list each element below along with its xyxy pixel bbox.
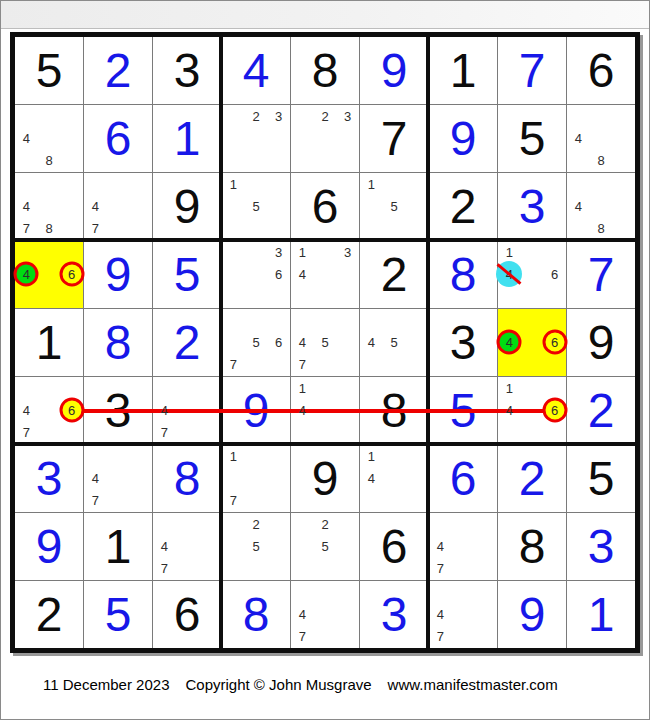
cell-r2c1[interactable]: 48 (15, 105, 83, 172)
cell-r3c9[interactable]: 48 (567, 173, 635, 240)
cell-r1c3[interactable]: 3 (153, 37, 221, 104)
candidate-4: 4 (15, 263, 38, 285)
candidate-7 (498, 422, 521, 444)
candidate-5 (245, 127, 268, 149)
pencil-digit: 7 (230, 358, 237, 371)
candidate-5 (38, 263, 61, 285)
pencil-digit: 4 (23, 132, 30, 145)
candidate-3: 3 (267, 105, 290, 127)
candidate-2 (107, 173, 130, 195)
candidate-4 (291, 127, 314, 149)
candidate-3 (543, 309, 566, 331)
candidate-9 (129, 490, 152, 512)
cell-r2c9[interactable]: 48 (567, 105, 635, 172)
cell-r7c5[interactable]: 9 (291, 445, 359, 512)
given-digit: 1 (15, 309, 83, 376)
candidate-1: 1 (498, 241, 521, 263)
pencil-marks: 25 (291, 513, 359, 580)
cell-r4c4[interactable]: 36 (222, 241, 290, 308)
candidate-9 (60, 218, 83, 240)
pencil-digit: 7 (230, 494, 237, 507)
cell-r1c8[interactable]: 7 (498, 37, 566, 104)
cell-r9c1[interactable]: 2 (15, 581, 83, 648)
cell-r5c1[interactable]: 1 (15, 309, 83, 376)
pencil-digit: 4 (92, 472, 99, 485)
candidate-4: 4 (360, 467, 383, 489)
candidate-2 (521, 241, 544, 263)
pencil-digit: 1 (299, 246, 306, 259)
pencil-digit: 4 (437, 540, 444, 553)
given-digit: 7 (360, 105, 428, 172)
candidate-6: 6 (267, 263, 290, 285)
candidate-8 (245, 218, 268, 240)
candidate-9 (267, 150, 290, 172)
pencil-digit: 5 (252, 200, 259, 213)
pencil-marks: 47 (84, 445, 152, 512)
solved-digit: 9 (429, 105, 497, 172)
cell-r8c6[interactable]: 6 (360, 513, 428, 580)
candidate-6 (612, 195, 635, 217)
candidate-2 (38, 105, 61, 127)
candidate-8 (245, 150, 268, 172)
pencil-digit: 4 (368, 472, 375, 485)
solved-digit: 9 (84, 241, 152, 308)
candidate-7: 7 (291, 626, 314, 648)
pencil-digit: 1 (368, 178, 375, 191)
cell-r2c5[interactable]: 23 (291, 105, 359, 172)
candidate-9 (336, 286, 359, 308)
pencil-marks: 457 (291, 309, 359, 376)
candidate-1 (84, 173, 107, 195)
cell-r3c6[interactable]: 15 (360, 173, 428, 240)
cell-r5c2[interactable]: 8 (84, 309, 152, 376)
candidate-8 (452, 558, 475, 580)
cell-r9c8[interactable]: 9 (498, 581, 566, 648)
cell-r4c8[interactable]: 146 (498, 241, 566, 308)
candidate-8 (38, 286, 61, 308)
cell-r3c4[interactable]: 15 (222, 173, 290, 240)
pencil-digit: 2 (252, 518, 259, 531)
candidate-1 (153, 377, 176, 399)
candidate-8 (38, 422, 61, 444)
header-bar (1, 1, 649, 29)
pencil-digit: 6 (551, 404, 558, 417)
candidate-2: 2 (314, 513, 337, 535)
candidate-6 (129, 195, 152, 217)
sudoku-board: 5234891764861232379548478479156152348469… (10, 32, 640, 653)
candidate-7: 7 (15, 422, 38, 444)
candidate-9 (474, 626, 497, 648)
cell-r5c5[interactable]: 457 (291, 309, 359, 376)
cell-r2c2[interactable]: 6 (84, 105, 152, 172)
candidate-7 (291, 286, 314, 308)
candidate-8 (521, 286, 544, 308)
pencil-digit: 5 (321, 336, 328, 349)
candidate-8 (176, 558, 199, 580)
cell-r6c9[interactable]: 2 (567, 377, 635, 444)
pencil-marks: 467 (15, 377, 83, 444)
candidate-2 (245, 309, 268, 331)
candidate-8: 8 (38, 218, 61, 240)
given-digit: 5 (498, 105, 566, 172)
candidate-5: 5 (314, 331, 337, 353)
page: 5234891764861232379548478479156152348469… (0, 0, 650, 720)
candidate-5 (38, 195, 61, 217)
solved-digit: 3 (360, 581, 428, 648)
pencil-marks: 45 (360, 309, 428, 376)
given-digit: 2 (15, 581, 83, 648)
pencil-digit: 4 (575, 200, 582, 213)
cell-r3c5[interactable]: 6 (291, 173, 359, 240)
candidate-2: 2 (245, 513, 268, 535)
box-border-horizontal (14, 442, 636, 446)
candidate-6: 6 (60, 263, 83, 285)
cell-r1c5[interactable]: 8 (291, 37, 359, 104)
pencil-digit: 6 (68, 404, 75, 417)
cell-r2c6[interactable]: 7 (360, 105, 428, 172)
candidate-9 (60, 286, 83, 308)
pencil-digit: 7 (299, 358, 306, 371)
candidate-3 (612, 173, 635, 195)
candidate-2 (245, 241, 268, 263)
cell-r7c4[interactable]: 17 (222, 445, 290, 512)
pencil-marks: 48 (567, 105, 635, 172)
candidate-6 (405, 467, 428, 489)
pencil-marks: 47 (429, 513, 497, 580)
candidate-8 (383, 354, 406, 376)
cell-r9c3[interactable]: 6 (153, 581, 221, 648)
candidate-4 (222, 263, 245, 285)
cell-r9c6[interactable]: 3 (360, 581, 428, 648)
candidate-2: 2 (245, 105, 268, 127)
candidate-5: 5 (314, 535, 337, 557)
candidate-2 (176, 513, 199, 535)
candidate-4 (222, 195, 245, 217)
candidate-3 (60, 105, 83, 127)
cell-r3c8[interactable]: 3 (498, 173, 566, 240)
candidate-1 (222, 309, 245, 331)
cell-r8c2[interactable]: 1 (84, 513, 152, 580)
candidate-2 (521, 309, 544, 331)
candidate-7 (291, 558, 314, 580)
candidate-6 (60, 127, 83, 149)
pencil-digit: 4 (161, 540, 168, 553)
candidate-2 (245, 445, 268, 467)
pencil-digit: 8 (45, 222, 52, 235)
candidate-7 (15, 286, 38, 308)
candidate-3 (60, 241, 83, 263)
pencil-digit: 4 (506, 404, 513, 417)
candidate-9 (267, 558, 290, 580)
cell-r9c9[interactable]: 1 (567, 581, 635, 648)
candidate-1 (15, 173, 38, 195)
cell-r5c6[interactable]: 45 (360, 309, 428, 376)
pencil-marks: 47 (153, 513, 221, 580)
solved-digit: 7 (498, 37, 566, 104)
candidate-8 (107, 490, 130, 512)
solved-digit: 5 (84, 581, 152, 648)
candidate-7 (222, 218, 245, 240)
candidate-3 (543, 241, 566, 263)
cell-r7c3[interactable]: 8 (153, 445, 221, 512)
cell-r8c9[interactable]: 3 (567, 513, 635, 580)
candidate-7 (222, 286, 245, 308)
candidate-6 (267, 467, 290, 489)
cell-r9c2[interactable]: 5 (84, 581, 152, 648)
candidate-2 (314, 377, 337, 399)
pencil-digit: 5 (321, 540, 328, 553)
given-digit: 1 (429, 37, 497, 104)
candidate-3 (60, 377, 83, 399)
cell-r1c6[interactable]: 9 (360, 37, 428, 104)
pencil-digit: 4 (23, 268, 30, 281)
cell-r4c2[interactable]: 9 (84, 241, 152, 308)
candidate-6 (267, 127, 290, 149)
candidate-6: 6 (543, 399, 566, 421)
cell-r2c3[interactable]: 1 (153, 105, 221, 172)
pencil-digit: 7 (92, 222, 99, 235)
candidate-4: 4 (84, 467, 107, 489)
candidate-5 (107, 467, 130, 489)
candidate-3 (267, 513, 290, 535)
pencil-digit: 4 (299, 404, 306, 417)
cell-r9c4[interactable]: 8 (222, 581, 290, 648)
pencil-digit: 1 (506, 246, 513, 259)
candidate-8: 8 (590, 218, 613, 240)
pencil-digit: 7 (23, 222, 30, 235)
candidate-7: 7 (84, 218, 107, 240)
candidate-8 (383, 490, 406, 512)
candidate-3 (198, 513, 221, 535)
candidate-5 (452, 603, 475, 625)
given-digit: 6 (291, 173, 359, 240)
cell-r7c1[interactable]: 3 (15, 445, 83, 512)
solved-digit: 7 (567, 241, 635, 308)
given-digit: 3 (429, 309, 497, 376)
cell-r5c9[interactable]: 9 (567, 309, 635, 376)
pencil-marks: 48 (567, 173, 635, 240)
candidate-2 (383, 173, 406, 195)
pencil-digit: 4 (23, 404, 30, 417)
pencil-digit: 4 (299, 608, 306, 621)
given-digit: 5 (15, 37, 83, 104)
candidate-9 (198, 422, 221, 444)
candidate-4 (291, 535, 314, 557)
candidate-3: 3 (267, 241, 290, 263)
pencil-marks: 134 (291, 241, 359, 308)
candidate-3 (60, 173, 83, 195)
candidate-9 (405, 218, 428, 240)
candidate-4: 4 (15, 127, 38, 149)
candidate-8 (245, 286, 268, 308)
cell-r1c4[interactable]: 4 (222, 37, 290, 104)
candidate-6 (336, 263, 359, 285)
pencil-digit: 4 (161, 404, 168, 417)
candidate-6 (405, 195, 428, 217)
solved-digit: 9 (15, 513, 83, 580)
candidate-7 (567, 218, 590, 240)
candidate-7 (222, 150, 245, 172)
candidate-9 (612, 150, 635, 172)
pencil-digit: 3 (344, 110, 351, 123)
solved-digit: 2 (567, 377, 635, 444)
candidate-8 (452, 626, 475, 648)
candidate-1 (291, 309, 314, 331)
candidate-5 (590, 127, 613, 149)
candidate-4: 4 (15, 195, 38, 217)
cell-r1c1[interactable]: 5 (15, 37, 83, 104)
candidate-8 (383, 218, 406, 240)
cell-r1c2[interactable]: 2 (84, 37, 152, 104)
given-digit: 2 (429, 173, 497, 240)
cell-r2c4[interactable]: 23 (222, 105, 290, 172)
candidate-6 (336, 331, 359, 353)
candidate-5 (590, 195, 613, 217)
candidate-2 (245, 173, 268, 195)
candidate-9 (60, 422, 83, 444)
box-border-vertical (426, 36, 430, 649)
candidate-8 (314, 626, 337, 648)
cell-r2c7[interactable]: 9 (429, 105, 497, 172)
cell-r5c3[interactable]: 2 (153, 309, 221, 376)
candidate-5: 5 (245, 331, 268, 353)
cell-r4c7[interactable]: 8 (429, 241, 497, 308)
pencil-marks: 47 (84, 173, 152, 240)
cell-r3c7[interactable]: 2 (429, 173, 497, 240)
solved-digit: 8 (222, 581, 290, 648)
candidate-7: 7 (153, 558, 176, 580)
pencil-digit: 7 (23, 426, 30, 439)
cell-r4c1[interactable]: 46 (15, 241, 83, 308)
cell-r7c9[interactable]: 5 (567, 445, 635, 512)
candidate-4: 4 (498, 331, 521, 353)
cell-r7c7[interactable]: 6 (429, 445, 497, 512)
candidate-7 (222, 558, 245, 580)
footer-website: www.manifestmaster.com (388, 676, 558, 693)
candidate-5 (314, 263, 337, 285)
candidate-3 (405, 309, 428, 331)
candidate-3 (129, 173, 152, 195)
pencil-digit: 8 (597, 222, 604, 235)
pencil-marks: 46 (498, 309, 566, 376)
candidate-7: 7 (222, 490, 245, 512)
cell-r1c9[interactable]: 6 (567, 37, 635, 104)
solved-digit: 9 (360, 37, 428, 104)
pencil-digit: 4 (299, 336, 306, 349)
candidate-9 (336, 354, 359, 376)
pencil-digit: 6 (551, 336, 558, 349)
cell-r8c4[interactable]: 25 (222, 513, 290, 580)
cell-r7c2[interactable]: 47 (84, 445, 152, 512)
candidate-1 (360, 309, 383, 331)
candidate-9 (129, 218, 152, 240)
candidate-6: 6 (543, 263, 566, 285)
cell-r8c8[interactable]: 8 (498, 513, 566, 580)
pencil-marks: 25 (222, 513, 290, 580)
cell-r9c7[interactable]: 47 (429, 581, 497, 648)
cell-r4c6[interactable]: 2 (360, 241, 428, 308)
pencil-digit: 6 (551, 268, 558, 281)
candidate-1 (291, 581, 314, 603)
cell-r1c7[interactable]: 1 (429, 37, 497, 104)
cell-r8c3[interactable]: 47 (153, 513, 221, 580)
candidate-3 (405, 445, 428, 467)
candidate-1: 1 (291, 241, 314, 263)
given-digit: 6 (153, 581, 221, 648)
candidate-4 (222, 467, 245, 489)
candidate-6 (129, 467, 152, 489)
cell-r8c7[interactable]: 47 (429, 513, 497, 580)
cell-r6c1[interactable]: 467 (15, 377, 83, 444)
cell-r4c5[interactable]: 134 (291, 241, 359, 308)
pencil-marks: 17 (222, 445, 290, 512)
cell-r8c1[interactable]: 9 (15, 513, 83, 580)
candidate-2 (314, 309, 337, 331)
candidate-7 (567, 150, 590, 172)
pencil-digit: 4 (437, 608, 444, 621)
candidate-5: 5 (383, 195, 406, 217)
pencil-digit: 6 (275, 268, 282, 281)
candidate-6 (336, 535, 359, 557)
cell-r7c8[interactable]: 2 (498, 445, 566, 512)
given-digit: 6 (360, 513, 428, 580)
cell-r9c5[interactable]: 47 (291, 581, 359, 648)
pencil-digit: 6 (275, 336, 282, 349)
pencil-marks: 23 (222, 105, 290, 172)
candidate-8 (107, 218, 130, 240)
candidate-9 (612, 218, 635, 240)
candidate-5 (521, 331, 544, 353)
candidate-3: 3 (336, 105, 359, 127)
candidate-7 (291, 150, 314, 172)
cell-r2c8[interactable]: 5 (498, 105, 566, 172)
candidate-5 (38, 127, 61, 149)
candidate-9 (267, 354, 290, 376)
cell-r4c3[interactable]: 5 (153, 241, 221, 308)
cell-r5c7[interactable]: 3 (429, 309, 497, 376)
pencil-marks: 14 (360, 445, 428, 512)
candidate-3 (129, 445, 152, 467)
pencil-marks: 146 (498, 241, 566, 308)
solved-digit: 9 (498, 581, 566, 648)
cell-r3c3[interactable]: 9 (153, 173, 221, 240)
candidate-6 (267, 195, 290, 217)
candidate-7: 7 (153, 422, 176, 444)
candidate-7 (498, 286, 521, 308)
cell-r5c4[interactable]: 567 (222, 309, 290, 376)
cell-r7c6[interactable]: 14 (360, 445, 428, 512)
cell-r5c8[interactable]: 46 (498, 309, 566, 376)
cell-r8c5[interactable]: 25 (291, 513, 359, 580)
candidate-1 (15, 377, 38, 399)
given-digit: 9 (153, 173, 221, 240)
solved-digit: 3 (567, 513, 635, 580)
pencil-digit: 1 (506, 382, 513, 395)
candidate-9 (405, 490, 428, 512)
candidate-8: 8 (38, 150, 61, 172)
candidate-3 (267, 309, 290, 331)
candidate-8 (314, 558, 337, 580)
candidate-5 (176, 535, 199, 557)
cell-r4c9[interactable]: 7 (567, 241, 635, 308)
candidate-8: 8 (590, 150, 613, 172)
cell-r3c2[interactable]: 47 (84, 173, 152, 240)
candidate-4: 4 (360, 331, 383, 353)
candidate-2 (521, 377, 544, 399)
cell-r3c1[interactable]: 478 (15, 173, 83, 240)
candidate-1 (567, 105, 590, 127)
candidate-1: 1 (222, 445, 245, 467)
